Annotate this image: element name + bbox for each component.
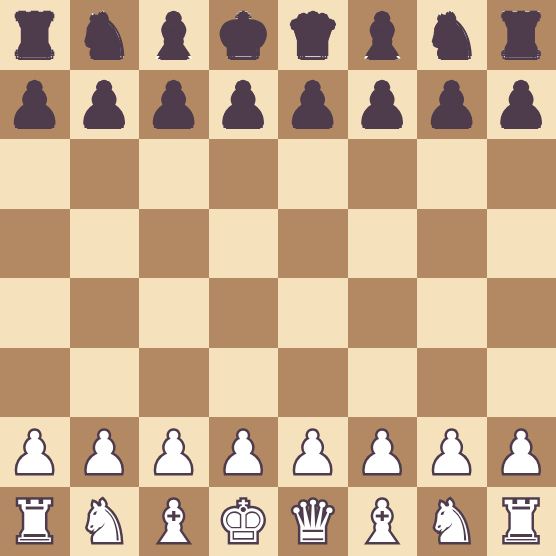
square-e1[interactable]: ♛ bbox=[278, 487, 348, 556]
square-a3[interactable] bbox=[0, 348, 70, 418]
square-f7[interactable]: ♟ bbox=[348, 70, 418, 140]
square-e4[interactable] bbox=[278, 278, 348, 348]
square-g8[interactable]: ♞ bbox=[417, 0, 487, 70]
black-pawn[interactable]: ♟ bbox=[148, 76, 200, 134]
square-d5[interactable] bbox=[209, 209, 279, 279]
black-bishop[interactable]: ♝ bbox=[148, 7, 200, 65]
square-a6[interactable] bbox=[0, 139, 70, 209]
square-e6[interactable] bbox=[278, 139, 348, 209]
square-d8[interactable]: ♚ bbox=[209, 0, 279, 70]
white-bishop[interactable]: ♝ bbox=[148, 493, 200, 551]
black-queen[interactable]: ♛ bbox=[287, 7, 339, 65]
white-pawn[interactable]: ♟ bbox=[287, 424, 339, 482]
square-g4[interactable] bbox=[417, 278, 487, 348]
square-h5[interactable] bbox=[487, 209, 556, 279]
square-h6[interactable] bbox=[487, 139, 556, 209]
white-pawn[interactable]: ♟ bbox=[495, 424, 547, 482]
square-c4[interactable] bbox=[139, 278, 209, 348]
white-pawn[interactable]: ♟ bbox=[9, 424, 61, 482]
square-d1[interactable]: ♚ bbox=[209, 487, 279, 556]
white-rook[interactable]: ♜ bbox=[495, 493, 547, 551]
black-rook[interactable]: ♜ bbox=[495, 7, 547, 65]
square-a5[interactable] bbox=[0, 209, 70, 279]
square-g5[interactable] bbox=[417, 209, 487, 279]
square-a2[interactable]: ♟ bbox=[0, 417, 70, 487]
square-d3[interactable] bbox=[209, 348, 279, 418]
square-d2[interactable]: ♟ bbox=[209, 417, 279, 487]
square-h1[interactable]: ♜ bbox=[487, 487, 556, 556]
square-f3[interactable] bbox=[348, 348, 418, 418]
white-pawn[interactable]: ♟ bbox=[217, 424, 269, 482]
square-d4[interactable] bbox=[209, 278, 279, 348]
square-g1[interactable]: ♞ bbox=[417, 487, 487, 556]
square-e7[interactable]: ♟ bbox=[278, 70, 348, 140]
white-pawn[interactable]: ♟ bbox=[78, 424, 130, 482]
black-pawn[interactable]: ♟ bbox=[78, 76, 130, 134]
square-b7[interactable]: ♟ bbox=[70, 70, 140, 140]
square-b2[interactable]: ♟ bbox=[70, 417, 140, 487]
white-queen[interactable]: ♛ bbox=[287, 493, 339, 551]
square-b1[interactable]: ♞ bbox=[70, 487, 140, 556]
black-knight[interactable]: ♞ bbox=[78, 7, 130, 65]
white-bishop[interactable]: ♝ bbox=[356, 493, 408, 551]
black-pawn[interactable]: ♟ bbox=[287, 76, 339, 134]
square-f2[interactable]: ♟ bbox=[348, 417, 418, 487]
square-e3[interactable] bbox=[278, 348, 348, 418]
square-g3[interactable] bbox=[417, 348, 487, 418]
square-g7[interactable]: ♟ bbox=[417, 70, 487, 140]
black-pawn[interactable]: ♟ bbox=[426, 76, 478, 134]
square-c6[interactable] bbox=[139, 139, 209, 209]
square-h4[interactable] bbox=[487, 278, 556, 348]
square-d6[interactable] bbox=[209, 139, 279, 209]
square-f5[interactable] bbox=[348, 209, 418, 279]
square-a8[interactable]: ♜ bbox=[0, 0, 70, 70]
square-b8[interactable]: ♞ bbox=[70, 0, 140, 70]
square-h3[interactable] bbox=[487, 348, 556, 418]
square-c7[interactable]: ♟ bbox=[139, 70, 209, 140]
square-c3[interactable] bbox=[139, 348, 209, 418]
square-g6[interactable] bbox=[417, 139, 487, 209]
square-h2[interactable]: ♟ bbox=[487, 417, 556, 487]
black-bishop[interactable]: ♝ bbox=[356, 7, 408, 65]
square-d7[interactable]: ♟ bbox=[209, 70, 279, 140]
black-pawn[interactable]: ♟ bbox=[9, 76, 61, 134]
square-f1[interactable]: ♝ bbox=[348, 487, 418, 556]
square-e2[interactable]: ♟ bbox=[278, 417, 348, 487]
square-c8[interactable]: ♝ bbox=[139, 0, 209, 70]
square-f4[interactable] bbox=[348, 278, 418, 348]
square-h8[interactable]: ♜ bbox=[487, 0, 556, 70]
square-h7[interactable]: ♟ bbox=[487, 70, 556, 140]
square-g2[interactable]: ♟ bbox=[417, 417, 487, 487]
black-pawn[interactable]: ♟ bbox=[356, 76, 408, 134]
square-a4[interactable] bbox=[0, 278, 70, 348]
square-c1[interactable]: ♝ bbox=[139, 487, 209, 556]
square-b6[interactable] bbox=[70, 139, 140, 209]
white-knight[interactable]: ♞ bbox=[426, 493, 478, 551]
white-pawn[interactable]: ♟ bbox=[148, 424, 200, 482]
square-b3[interactable] bbox=[70, 348, 140, 418]
square-f8[interactable]: ♝ bbox=[348, 0, 418, 70]
black-knight[interactable]: ♞ bbox=[426, 7, 478, 65]
square-c5[interactable] bbox=[139, 209, 209, 279]
square-a1[interactable]: ♜ bbox=[0, 487, 70, 556]
black-pawn[interactable]: ♟ bbox=[217, 76, 269, 134]
square-c2[interactable]: ♟ bbox=[139, 417, 209, 487]
square-e8[interactable]: ♛ bbox=[278, 0, 348, 70]
square-a7[interactable]: ♟ bbox=[0, 70, 70, 140]
square-e5[interactable] bbox=[278, 209, 348, 279]
white-rook[interactable]: ♜ bbox=[9, 493, 61, 551]
square-b5[interactable] bbox=[70, 209, 140, 279]
white-knight[interactable]: ♞ bbox=[78, 493, 130, 551]
black-rook[interactable]: ♜ bbox=[9, 7, 61, 65]
white-king[interactable]: ♚ bbox=[217, 493, 269, 551]
square-f6[interactable] bbox=[348, 139, 418, 209]
white-pawn[interactable]: ♟ bbox=[426, 424, 478, 482]
chess-board: ♜♞♝♚♛♝♞♜♟♟♟♟♟♟♟♟♟♟♟♟♟♟♟♟♜♞♝♚♛♝♞♜ bbox=[0, 0, 556, 556]
white-pawn[interactable]: ♟ bbox=[356, 424, 408, 482]
square-b4[interactable] bbox=[70, 278, 140, 348]
black-pawn[interactable]: ♟ bbox=[495, 76, 547, 134]
black-king[interactable]: ♚ bbox=[217, 7, 269, 65]
